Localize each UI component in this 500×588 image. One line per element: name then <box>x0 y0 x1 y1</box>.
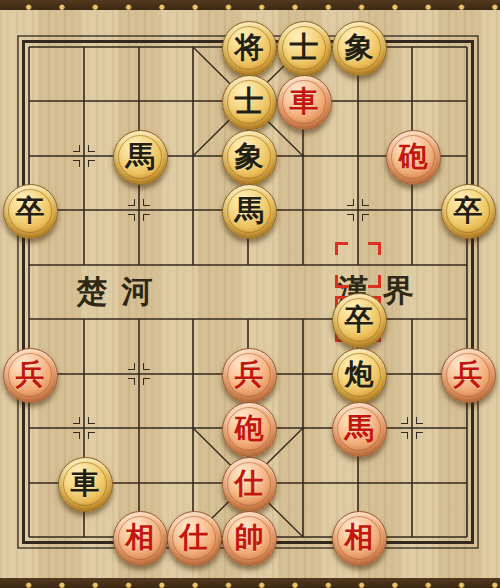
piece-label: 象 <box>345 33 374 62</box>
piece-label: 兵 <box>235 360 264 389</box>
point-marker <box>362 199 369 206</box>
piece-red-soldier[interactable]: 兵 <box>441 348 496 403</box>
last-move-source-marker <box>368 275 381 288</box>
decorative-bottom-rail <box>0 578 500 588</box>
point-marker <box>362 214 369 221</box>
piece-black-elephant[interactable]: 象 <box>222 130 277 185</box>
piece-label: 相 <box>345 523 374 552</box>
point-marker <box>88 432 95 439</box>
piece-label: 士 <box>235 87 264 116</box>
piece-red-elephant[interactable]: 相 <box>113 511 168 566</box>
piece-label: 卒 <box>16 196 45 225</box>
point-marker <box>128 214 135 221</box>
piece-label: 馬 <box>126 142 155 171</box>
piece-label: 仕 <box>180 523 209 552</box>
piece-red-advisor[interactable]: 仕 <box>167 511 222 566</box>
piece-black-cannon[interactable]: 炮 <box>332 348 387 403</box>
point-marker <box>347 199 354 206</box>
point-marker <box>143 199 150 206</box>
piece-black-soldier[interactable]: 卒 <box>441 184 496 239</box>
piece-label: 象 <box>235 142 264 171</box>
piece-red-horse[interactable]: 馬 <box>332 402 387 457</box>
point-marker <box>401 417 408 424</box>
point-marker <box>88 145 95 152</box>
point-marker <box>143 214 150 221</box>
piece-black-horse[interactable]: 馬 <box>113 130 168 185</box>
point-marker <box>347 214 354 221</box>
piece-label: 帥 <box>235 523 264 552</box>
piece-red-cannon[interactable]: 砲 <box>222 402 277 457</box>
piece-black-soldier[interactable]: 卒 <box>3 184 58 239</box>
piece-black-chariot[interactable]: 車 <box>58 457 113 512</box>
point-marker <box>88 417 95 424</box>
piece-label: 兵 <box>16 360 45 389</box>
piece-red-chariot[interactable]: 車 <box>277 75 332 130</box>
piece-red-soldier[interactable]: 兵 <box>3 348 58 403</box>
point-marker <box>416 432 423 439</box>
point-marker <box>128 378 135 385</box>
point-marker <box>73 432 80 439</box>
piece-red-general[interactable]: 帥 <box>222 511 277 566</box>
last-move-source-marker <box>335 275 348 288</box>
piece-black-horse[interactable]: 馬 <box>222 184 277 239</box>
piece-label: 車 <box>71 469 100 498</box>
piece-label: 兵 <box>454 360 483 389</box>
point-marker <box>128 363 135 370</box>
point-marker <box>88 160 95 167</box>
point-marker <box>73 160 80 167</box>
point-marker <box>401 432 408 439</box>
piece-label: 砲 <box>399 142 428 171</box>
piece-red-soldier[interactable]: 兵 <box>222 348 277 403</box>
piece-label: 士 <box>290 33 319 62</box>
piece-black-advisor[interactable]: 士 <box>222 75 277 130</box>
piece-label: 馬 <box>345 414 374 443</box>
point-marker <box>73 145 80 152</box>
piece-label: 車 <box>290 87 319 116</box>
piece-label: 卒 <box>454 196 483 225</box>
xiangqi-app: 楚河 漢界 将士象士車馬象砲卒馬卒卒兵兵炮兵砲馬車仕相仕帥相 <box>0 0 500 588</box>
point-marker <box>143 378 150 385</box>
piece-black-soldier[interactable]: 卒 <box>332 293 387 348</box>
piece-label: 卒 <box>345 305 374 334</box>
last-move-source-marker <box>368 242 381 255</box>
last-move-source-marker <box>335 242 348 255</box>
piece-label: 仕 <box>235 469 264 498</box>
piece-label: 馬 <box>235 196 264 225</box>
piece-black-elephant[interactable]: 象 <box>332 21 387 76</box>
point-marker <box>416 417 423 424</box>
piece-red-cannon[interactable]: 砲 <box>386 130 441 185</box>
piece-label: 炮 <box>345 360 374 389</box>
piece-label: 将 <box>235 33 264 62</box>
river-label-chu-he: 楚河 <box>70 271 167 313</box>
point-marker <box>73 417 80 424</box>
piece-red-elephant[interactable]: 相 <box>332 511 387 566</box>
piece-label: 砲 <box>235 414 264 443</box>
piece-black-general[interactable]: 将 <box>222 21 277 76</box>
piece-black-advisor[interactable]: 士 <box>277 21 332 76</box>
piece-red-advisor[interactable]: 仕 <box>222 457 277 512</box>
piece-label: 相 <box>126 523 155 552</box>
point-marker <box>128 199 135 206</box>
point-marker <box>143 363 150 370</box>
